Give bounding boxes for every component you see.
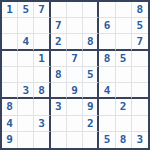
cell-r4c6[interactable] bbox=[83, 51, 99, 67]
cell-r1c4[interactable] bbox=[51, 2, 67, 18]
cell-r5c8[interactable] bbox=[116, 67, 132, 83]
cell-r4c7[interactable]: 8 bbox=[99, 51, 115, 67]
cell-r3c9[interactable]: 7 bbox=[132, 34, 148, 50]
cell-r2c2[interactable] bbox=[18, 18, 34, 34]
cell-r8c6[interactable]: 2 bbox=[83, 116, 99, 132]
cell-r5c9[interactable] bbox=[132, 67, 148, 83]
cell-r1c9[interactable]: 8 bbox=[132, 2, 148, 18]
cell-r2c6[interactable] bbox=[83, 18, 99, 34]
cell-r4c5[interactable]: 7 bbox=[67, 51, 83, 67]
cell-r9c3[interactable] bbox=[34, 132, 50, 148]
cell-r5c4[interactable]: 8 bbox=[51, 67, 67, 83]
cell-r6c3[interactable]: 8 bbox=[34, 83, 50, 99]
cell-r9c2[interactable] bbox=[18, 132, 34, 148]
cell-r7c5[interactable] bbox=[67, 99, 83, 115]
cell-r7c3[interactable] bbox=[34, 99, 50, 115]
cell-r8c2[interactable] bbox=[18, 116, 34, 132]
cell-r9c7[interactable]: 5 bbox=[99, 132, 115, 148]
cell-r3c2[interactable]: 4 bbox=[18, 34, 34, 50]
cell-r8c1[interactable]: 4 bbox=[2, 116, 18, 132]
cell-r6c4[interactable] bbox=[51, 83, 67, 99]
cell-r2c4[interactable]: 7 bbox=[51, 18, 67, 34]
cell-r2c3[interactable] bbox=[34, 18, 50, 34]
cell-r3c6[interactable]: 8 bbox=[83, 34, 99, 50]
cell-r4c3[interactable]: 1 bbox=[34, 51, 50, 67]
cell-r9c8[interactable]: 8 bbox=[116, 132, 132, 148]
cell-r5c5[interactable] bbox=[67, 67, 83, 83]
cell-r2c1[interactable] bbox=[2, 18, 18, 34]
cell-r1c2[interactable]: 5 bbox=[18, 2, 34, 18]
cell-r9c9[interactable]: 3 bbox=[132, 132, 148, 148]
cell-r8c5[interactable] bbox=[67, 116, 83, 132]
cell-r4c8[interactable]: 5 bbox=[116, 51, 132, 67]
cell-r1c6[interactable] bbox=[83, 2, 99, 18]
cell-r1c7[interactable] bbox=[99, 2, 115, 18]
cell-r5c3[interactable] bbox=[34, 67, 50, 83]
cell-r8c7[interactable] bbox=[99, 116, 115, 132]
cell-r7c1[interactable]: 8 bbox=[2, 99, 18, 115]
cell-r2c8[interactable] bbox=[116, 18, 132, 34]
cell-r1c8[interactable] bbox=[116, 2, 132, 18]
cell-r4c4[interactable] bbox=[51, 51, 67, 67]
cell-r9c1[interactable]: 9 bbox=[2, 132, 18, 148]
cell-r8c8[interactable] bbox=[116, 116, 132, 132]
cell-r6c8[interactable] bbox=[116, 83, 132, 99]
cell-r3c7[interactable] bbox=[99, 34, 115, 50]
cell-r2c9[interactable]: 5 bbox=[132, 18, 148, 34]
cell-r3c1[interactable] bbox=[2, 34, 18, 50]
cell-r3c8[interactable] bbox=[116, 34, 132, 50]
cell-r2c5[interactable] bbox=[67, 18, 83, 34]
cell-r3c4[interactable]: 2 bbox=[51, 34, 67, 50]
cell-r5c1[interactable] bbox=[2, 67, 18, 83]
cell-r3c3[interactable] bbox=[34, 34, 50, 50]
cell-r5c2[interactable] bbox=[18, 67, 34, 83]
cell-r6c6[interactable] bbox=[83, 83, 99, 99]
cell-r6c9[interactable] bbox=[132, 83, 148, 99]
cell-r7c2[interactable] bbox=[18, 99, 34, 115]
cell-r9c6[interactable] bbox=[83, 132, 99, 148]
cell-r8c9[interactable] bbox=[132, 116, 148, 132]
cell-r6c2[interactable]: 3 bbox=[18, 83, 34, 99]
cell-r7c7[interactable] bbox=[99, 99, 115, 115]
cell-r2c7[interactable]: 6 bbox=[99, 18, 115, 34]
cell-r9c5[interactable] bbox=[67, 132, 83, 148]
sudoku-board: 15787654287178585389483924329583 bbox=[0, 0, 150, 150]
cell-r7c9[interactable] bbox=[132, 99, 148, 115]
cell-r9c4[interactable] bbox=[51, 132, 67, 148]
cell-r4c9[interactable] bbox=[132, 51, 148, 67]
cell-r1c5[interactable] bbox=[67, 2, 83, 18]
cell-r4c2[interactable] bbox=[18, 51, 34, 67]
cell-r7c6[interactable]: 9 bbox=[83, 99, 99, 115]
cell-r6c5[interactable]: 9 bbox=[67, 83, 83, 99]
cell-r5c6[interactable]: 5 bbox=[83, 67, 99, 83]
cell-r5c7[interactable] bbox=[99, 67, 115, 83]
cell-r8c3[interactable]: 3 bbox=[34, 116, 50, 132]
cell-r7c8[interactable]: 2 bbox=[116, 99, 132, 115]
cell-r1c3[interactable]: 7 bbox=[34, 2, 50, 18]
cell-r3c5[interactable] bbox=[67, 34, 83, 50]
cell-r8c4[interactable] bbox=[51, 116, 67, 132]
cell-r1c1[interactable]: 1 bbox=[2, 2, 18, 18]
cell-r4c1[interactable] bbox=[2, 51, 18, 67]
cell-r7c4[interactable]: 3 bbox=[51, 99, 67, 115]
cell-r6c7[interactable]: 4 bbox=[99, 83, 115, 99]
cell-r6c1[interactable] bbox=[2, 83, 18, 99]
